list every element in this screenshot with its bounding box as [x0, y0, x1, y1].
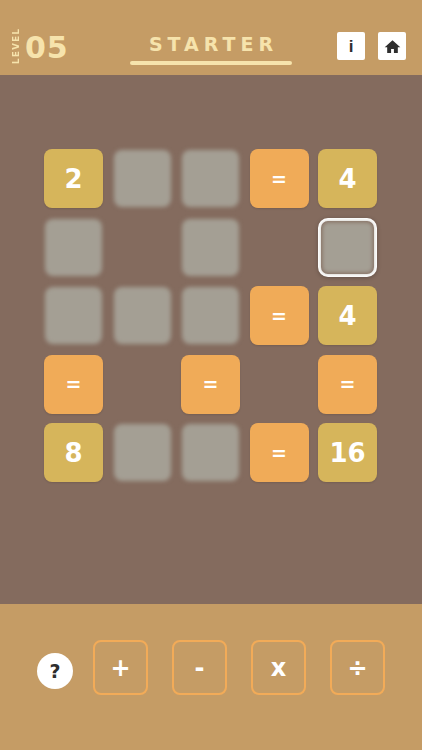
tile-r5c4-equals: = — [250, 423, 309, 482]
tile-r3c5-number: 4 — [318, 286, 377, 345]
tile-r3c3-blank[interactable] — [181, 286, 240, 345]
blank-tile-fill — [45, 219, 102, 276]
hint-button[interactable]: ? — [37, 653, 73, 689]
blank-tile-fill — [114, 424, 171, 481]
home-icon — [384, 38, 401, 55]
category-title-block: STARTER — [130, 33, 292, 65]
tile-r2c1-blank[interactable] — [44, 218, 103, 277]
home-button[interactable] — [378, 32, 406, 60]
blank-tile-fill — [182, 219, 239, 276]
tile-r2c5-blank-selected[interactable] — [318, 218, 377, 277]
tile-r1c3-blank[interactable] — [181, 149, 240, 208]
minus-operator-button[interactable]: - — [172, 640, 227, 695]
blank-tile-fill — [114, 150, 171, 207]
operator-tray: + - x ÷ — [93, 640, 385, 695]
divide-operator-button[interactable]: ÷ — [330, 640, 385, 695]
info-button[interactable]: i — [337, 32, 365, 60]
level-label: LEVEL — [11, 32, 21, 64]
multiply-operator-button[interactable]: x — [251, 640, 306, 695]
app-root: LEVEL 05 STARTER i 2=4=4===8=16 ? + - x — [0, 0, 422, 750]
tile-r4c3-equals: = — [181, 355, 240, 414]
tile-r4c1-equals: = — [44, 355, 103, 414]
tile-r2c3-blank[interactable] — [181, 218, 240, 277]
blank-tile-fill — [182, 150, 239, 207]
blank-tile-fill — [322, 222, 373, 273]
blank-tile-fill — [182, 287, 239, 344]
tile-r5c2-blank[interactable] — [113, 423, 172, 482]
tile-r3c1-blank[interactable] — [44, 286, 103, 345]
top-bar: LEVEL 05 STARTER i — [0, 0, 422, 75]
page-title: STARTER — [130, 33, 292, 55]
info-icon: i — [349, 38, 354, 55]
tile-r3c2-blank[interactable] — [113, 286, 172, 345]
tile-r1c2-blank[interactable] — [113, 149, 172, 208]
blank-tile-fill — [114, 287, 171, 344]
bottom-bar: ? + - x ÷ — [0, 604, 422, 750]
title-underline — [130, 61, 292, 65]
tile-r5c5-number: 16 — [318, 423, 377, 482]
tile-r1c4-equals: = — [250, 149, 309, 208]
tile-r1c5-number: 4 — [318, 149, 377, 208]
plus-operator-button[interactable]: + — [93, 640, 148, 695]
blank-tile-fill — [182, 424, 239, 481]
level-number: 05 — [25, 30, 69, 65]
tile-r5c3-blank[interactable] — [181, 423, 240, 482]
top-bar-buttons: i — [337, 32, 406, 60]
tile-r4c5-equals: = — [318, 355, 377, 414]
tile-r1c1-number: 2 — [44, 149, 103, 208]
puzzle-board: 2=4=4===8=16 — [44, 149, 377, 482]
blank-tile-fill — [45, 287, 102, 344]
tile-r3c4-equals: = — [250, 286, 309, 345]
level-indicator: LEVEL 05 — [11, 30, 69, 65]
tile-r5c1-number: 8 — [44, 423, 103, 482]
